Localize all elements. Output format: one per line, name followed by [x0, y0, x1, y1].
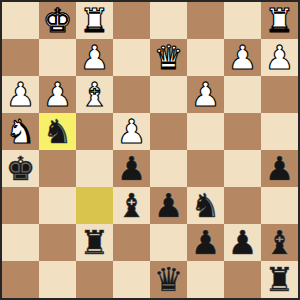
square-a1[interactable]: ♜: [261, 2, 298, 39]
square-g4[interactable]: ♞: [39, 113, 76, 150]
square-b3[interactable]: [224, 76, 261, 113]
square-c1[interactable]: [187, 2, 224, 39]
black-pawn[interactable]: ♟: [154, 187, 184, 224]
square-a8[interactable]: ♜: [261, 261, 298, 298]
square-f2[interactable]: ♟: [76, 39, 113, 76]
square-b4[interactable]: [224, 113, 261, 150]
square-d8[interactable]: ♛: [150, 261, 187, 298]
square-h6[interactable]: [2, 187, 39, 224]
square-e6[interactable]: ♝: [113, 187, 150, 224]
chess-board: ♚♜♜♟♛♟♟♟♟♝♟♞♞♟♚♟♟♝♟♞♜♟♟♝♛♜: [0, 0, 300, 300]
square-e1[interactable]: [113, 2, 150, 39]
white-pawn[interactable]: ♟: [228, 39, 258, 76]
square-b5[interactable]: [224, 150, 261, 187]
square-g2[interactable]: [39, 39, 76, 76]
square-f1[interactable]: ♜: [76, 2, 113, 39]
black-pawn[interactable]: ♟: [265, 150, 295, 187]
square-a6[interactable]: [261, 187, 298, 224]
black-king[interactable]: ♚: [6, 150, 36, 187]
square-b2[interactable]: ♟: [224, 39, 261, 76]
square-c4[interactable]: [187, 113, 224, 150]
white-queen[interactable]: ♛: [154, 39, 184, 76]
black-pawn[interactable]: ♟: [191, 224, 221, 261]
white-pawn[interactable]: ♟: [117, 113, 147, 150]
white-pawn[interactable]: ♟: [6, 76, 36, 113]
black-bishop[interactable]: ♝: [117, 187, 147, 224]
square-b8[interactable]: [224, 261, 261, 298]
square-a3[interactable]: [261, 76, 298, 113]
square-e8[interactable]: [113, 261, 150, 298]
square-h7[interactable]: [2, 224, 39, 261]
square-c8[interactable]: [187, 261, 224, 298]
white-pawn[interactable]: ♟: [43, 76, 73, 113]
square-g8[interactable]: [39, 261, 76, 298]
square-h1[interactable]: [2, 2, 39, 39]
black-pawn[interactable]: ♟: [117, 150, 147, 187]
square-d6[interactable]: ♟: [150, 187, 187, 224]
square-e5[interactable]: ♟: [113, 150, 150, 187]
white-pawn[interactable]: ♟: [191, 76, 221, 113]
black-knight[interactable]: ♞: [43, 113, 73, 150]
square-e3[interactable]: [113, 76, 150, 113]
square-g1[interactable]: ♚: [39, 2, 76, 39]
square-a5[interactable]: ♟: [261, 150, 298, 187]
square-c6[interactable]: ♞: [187, 187, 224, 224]
white-king[interactable]: ♚: [43, 2, 73, 39]
black-rook[interactable]: ♜: [265, 261, 295, 298]
square-c2[interactable]: [187, 39, 224, 76]
square-c7[interactable]: ♟: [187, 224, 224, 261]
square-c5[interactable]: [187, 150, 224, 187]
square-a7[interactable]: ♝: [261, 224, 298, 261]
square-f6[interactable]: [76, 187, 113, 224]
square-e2[interactable]: [113, 39, 150, 76]
square-g5[interactable]: [39, 150, 76, 187]
square-d2[interactable]: ♛: [150, 39, 187, 76]
white-pawn[interactable]: ♟: [265, 39, 295, 76]
square-g6[interactable]: [39, 187, 76, 224]
white-knight[interactable]: ♞: [6, 113, 36, 150]
square-f8[interactable]: [76, 261, 113, 298]
square-d4[interactable]: [150, 113, 187, 150]
square-h5[interactable]: ♚: [2, 150, 39, 187]
black-bishop[interactable]: ♝: [265, 224, 295, 261]
square-a2[interactable]: ♟: [261, 39, 298, 76]
black-rook[interactable]: ♜: [80, 224, 110, 261]
black-pawn[interactable]: ♟: [228, 224, 258, 261]
square-d1[interactable]: [150, 2, 187, 39]
white-bishop[interactable]: ♝: [80, 76, 110, 113]
white-rook[interactable]: ♜: [80, 2, 110, 39]
square-g3[interactable]: ♟: [39, 76, 76, 113]
board-grid: ♚♜♜♟♛♟♟♟♟♝♟♞♞♟♚♟♟♝♟♞♜♟♟♝♛♜: [0, 0, 300, 300]
square-f5[interactable]: [76, 150, 113, 187]
square-d5[interactable]: [150, 150, 187, 187]
white-pawn[interactable]: ♟: [80, 39, 110, 76]
black-knight[interactable]: ♞: [191, 187, 221, 224]
square-d7[interactable]: [150, 224, 187, 261]
black-queen[interactable]: ♛: [154, 261, 184, 298]
square-f4[interactable]: [76, 113, 113, 150]
square-e7[interactable]: [113, 224, 150, 261]
square-b1[interactable]: [224, 2, 261, 39]
square-b7[interactable]: ♟: [224, 224, 261, 261]
square-g7[interactable]: [39, 224, 76, 261]
square-h2[interactable]: [2, 39, 39, 76]
square-h8[interactable]: [2, 261, 39, 298]
white-rook[interactable]: ♜: [265, 2, 295, 39]
square-f3[interactable]: ♝: [76, 76, 113, 113]
square-f7[interactable]: ♜: [76, 224, 113, 261]
square-b6[interactable]: [224, 187, 261, 224]
square-e4[interactable]: ♟: [113, 113, 150, 150]
square-c3[interactable]: ♟: [187, 76, 224, 113]
square-h3[interactable]: ♟: [2, 76, 39, 113]
square-d3[interactable]: [150, 76, 187, 113]
square-h4[interactable]: ♞: [2, 113, 39, 150]
square-a4[interactable]: [261, 113, 298, 150]
